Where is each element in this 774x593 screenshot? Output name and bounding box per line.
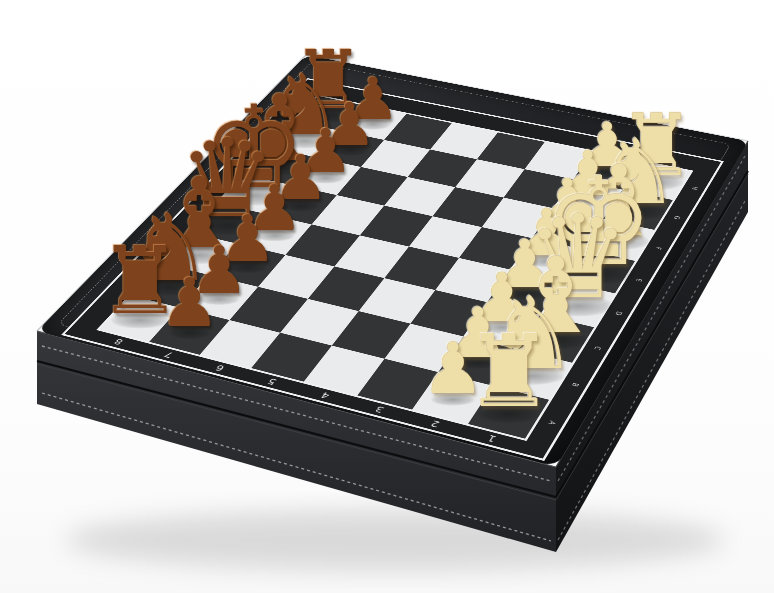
piece-white-rook-a1[interactable]: ♜ [464,322,554,422]
piece-black-pawn-a7[interactable]: ♟ [159,270,219,337]
chess-set-photo: 87654321HGFEDCBA ♜♞♝♛♚♝♞♜♟♟♟♟♟♟♟♟♟♟♟♟♟♟♟… [0,0,774,593]
